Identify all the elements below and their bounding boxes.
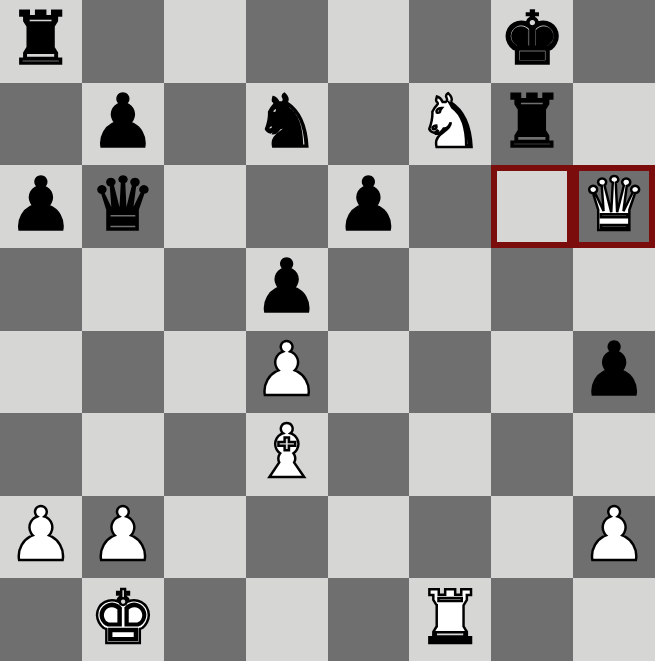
white-rook-piece[interactable]: ♜ (417, 580, 483, 654)
square-c2[interactable] (164, 496, 246, 579)
square-b3[interactable] (82, 413, 164, 496)
square-h5[interactable] (573, 248, 655, 331)
square-d3[interactable]: ♝ (246, 413, 328, 496)
black-pawn-piece[interactable]: ♟ (90, 84, 156, 158)
square-f3[interactable] (409, 413, 491, 496)
square-a4[interactable] (0, 331, 82, 414)
square-f5[interactable] (409, 248, 491, 331)
square-h7[interactable] (573, 83, 655, 166)
square-h8[interactable] (573, 0, 655, 83)
black-pawn-piece[interactable]: ♟ (581, 332, 647, 406)
square-g5[interactable] (491, 248, 573, 331)
square-a7[interactable] (0, 83, 82, 166)
square-b1[interactable]: ♚ (82, 578, 164, 661)
square-e6[interactable]: ♟ (328, 165, 410, 248)
square-h2[interactable]: ♟ (573, 496, 655, 579)
square-d2[interactable] (246, 496, 328, 579)
square-e7[interactable] (328, 83, 410, 166)
square-c4[interactable] (164, 331, 246, 414)
square-b6[interactable]: ♛ (82, 165, 164, 248)
square-d8[interactable] (246, 0, 328, 83)
square-d1[interactable] (246, 578, 328, 661)
white-pawn-piece[interactable]: ♟ (8, 497, 74, 571)
white-pawn-piece[interactable]: ♟ (253, 332, 319, 406)
square-g6[interactable] (491, 165, 573, 248)
square-d7[interactable]: ♞ (246, 83, 328, 166)
square-b8[interactable] (82, 0, 164, 83)
square-h3[interactable] (573, 413, 655, 496)
black-pawn-piece[interactable]: ♟ (253, 249, 319, 323)
square-f6[interactable] (409, 165, 491, 248)
white-king-piece[interactable]: ♚ (90, 580, 156, 654)
black-king-piece[interactable]: ♚ (499, 1, 565, 75)
square-a8[interactable]: ♜ (0, 0, 82, 83)
square-g1[interactable] (491, 578, 573, 661)
square-h1[interactable] (573, 578, 655, 661)
square-a3[interactable] (0, 413, 82, 496)
white-pawn-piece[interactable]: ♟ (90, 497, 156, 571)
square-f7[interactable]: ♞ (409, 83, 491, 166)
square-g2[interactable] (491, 496, 573, 579)
black-rook-piece[interactable]: ♜ (499, 84, 565, 158)
square-e1[interactable] (328, 578, 410, 661)
square-c1[interactable] (164, 578, 246, 661)
chess-board-wrap: ♜♚♟♞♞♜♟♛♟♛♟♟♟♝♟♟♟♚♜ (0, 0, 655, 661)
square-b5[interactable] (82, 248, 164, 331)
square-a2[interactable]: ♟ (0, 496, 82, 579)
square-c8[interactable] (164, 0, 246, 83)
square-c3[interactable] (164, 413, 246, 496)
square-e5[interactable] (328, 248, 410, 331)
square-c7[interactable] (164, 83, 246, 166)
square-b7[interactable]: ♟ (82, 83, 164, 166)
square-e3[interactable] (328, 413, 410, 496)
chess-board: ♜♚♟♞♞♜♟♛♟♛♟♟♟♝♟♟♟♚♜ (0, 0, 655, 661)
square-a6[interactable]: ♟ (0, 165, 82, 248)
square-g4[interactable] (491, 331, 573, 414)
square-d4[interactable]: ♟ (246, 331, 328, 414)
square-a5[interactable] (0, 248, 82, 331)
square-a1[interactable] (0, 578, 82, 661)
black-rook-piece[interactable]: ♜ (8, 1, 74, 75)
square-e8[interactable] (328, 0, 410, 83)
square-f8[interactable] (409, 0, 491, 83)
white-queen-piece[interactable]: ♛ (581, 167, 647, 241)
black-knight-piece[interactable]: ♞ (253, 84, 319, 158)
square-d6[interactable] (246, 165, 328, 248)
black-queen-piece[interactable]: ♛ (90, 167, 156, 241)
black-pawn-piece[interactable]: ♟ (8, 167, 74, 241)
white-knight-piece[interactable]: ♞ (417, 84, 483, 158)
square-c6[interactable] (164, 165, 246, 248)
square-e4[interactable] (328, 331, 410, 414)
white-pawn-piece[interactable]: ♟ (581, 497, 647, 571)
square-e2[interactable] (328, 496, 410, 579)
square-c5[interactable] (164, 248, 246, 331)
square-g8[interactable]: ♚ (491, 0, 573, 83)
square-g3[interactable] (491, 413, 573, 496)
square-d5[interactable]: ♟ (246, 248, 328, 331)
square-b4[interactable] (82, 331, 164, 414)
square-f2[interactable] (409, 496, 491, 579)
square-b2[interactable]: ♟ (82, 496, 164, 579)
square-f1[interactable]: ♜ (409, 578, 491, 661)
black-pawn-piece[interactable]: ♟ (335, 167, 401, 241)
square-f4[interactable] (409, 331, 491, 414)
square-h6[interactable]: ♛ (573, 165, 655, 248)
square-g7[interactable]: ♜ (491, 83, 573, 166)
white-bishop-piece[interactable]: ♝ (253, 414, 319, 488)
square-h4[interactable]: ♟ (573, 331, 655, 414)
